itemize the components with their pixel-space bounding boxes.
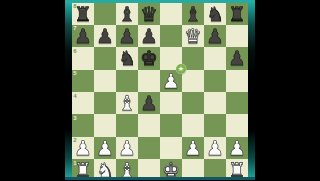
rank-label: 6 bbox=[73, 48, 76, 54]
square-e7[interactable] bbox=[160, 25, 182, 47]
white-pawn-piece[interactable]: ♟ bbox=[116, 136, 138, 158]
square-c5[interactable] bbox=[116, 70, 138, 92]
black-knight-piece[interactable]: ♞ bbox=[204, 2, 226, 24]
star-icon: ★ bbox=[178, 65, 184, 72]
left-letterbox bbox=[0, 0, 65, 180]
rank-label: 5 bbox=[73, 70, 76, 76]
white-pawn-piece[interactable]: ♟ bbox=[94, 136, 116, 158]
black-bishop-piece[interactable]: ♝ bbox=[182, 2, 204, 24]
square-c8[interactable]: ♝ bbox=[116, 3, 138, 25]
black-queen-piece[interactable]: ♛ bbox=[138, 2, 160, 24]
square-a8[interactable]: 8♜ bbox=[72, 3, 94, 25]
square-b2[interactable]: ♟ bbox=[94, 137, 116, 159]
square-b3[interactable] bbox=[94, 114, 116, 136]
square-e5[interactable]: ♟★ bbox=[160, 70, 182, 92]
square-h2[interactable]: ♟ bbox=[226, 137, 248, 159]
square-b4[interactable] bbox=[94, 92, 116, 114]
video-frame: 8♜♝♛♝♞♜7♟♟♟♟♛♟6♞♚♟5♟★4♝♟32♟♟♟♟♟♟1♜♞♝♚♜ bbox=[65, 0, 255, 180]
square-d5[interactable] bbox=[138, 70, 160, 92]
square-d2[interactable] bbox=[138, 137, 160, 159]
square-a7[interactable]: 7♟ bbox=[72, 25, 94, 47]
square-e2[interactable] bbox=[160, 137, 182, 159]
square-h8[interactable]: ♜ bbox=[226, 3, 248, 25]
top-teal-strip bbox=[65, 0, 255, 3]
black-pawn-piece[interactable]: ♟ bbox=[116, 24, 138, 46]
square-d7[interactable]: ♟ bbox=[138, 25, 160, 47]
square-g3[interactable] bbox=[204, 114, 226, 136]
square-h6[interactable]: ♟ bbox=[226, 47, 248, 69]
square-b8[interactable] bbox=[94, 3, 116, 25]
square-f8[interactable]: ♝ bbox=[182, 3, 204, 25]
black-pawn-piece[interactable]: ♟ bbox=[138, 92, 160, 114]
square-h7[interactable] bbox=[226, 25, 248, 47]
black-pawn-piece[interactable]: ♟ bbox=[138, 24, 160, 46]
bottom-teal-strip bbox=[65, 177, 255, 180]
white-pawn-piece[interactable]: ♟ bbox=[204, 136, 226, 158]
square-a4[interactable]: 4 bbox=[72, 92, 94, 114]
square-f2[interactable]: ♟ bbox=[182, 137, 204, 159]
square-c7[interactable]: ♟ bbox=[116, 25, 138, 47]
rank-label: 1 bbox=[73, 160, 76, 166]
black-pawn-piece[interactable]: ♟ bbox=[94, 24, 116, 46]
square-h5[interactable] bbox=[226, 70, 248, 92]
square-d4[interactable]: ♟ bbox=[138, 92, 160, 114]
square-d8[interactable]: ♛ bbox=[138, 3, 160, 25]
square-a6[interactable]: 6 bbox=[72, 47, 94, 69]
black-bishop-piece[interactable]: ♝ bbox=[116, 2, 138, 24]
square-f7[interactable]: ♛ bbox=[182, 25, 204, 47]
square-b6[interactable] bbox=[94, 47, 116, 69]
square-g8[interactable]: ♞ bbox=[204, 3, 226, 25]
black-pawn-piece[interactable]: ♟ bbox=[204, 24, 226, 46]
square-g6[interactable] bbox=[204, 47, 226, 69]
black-king-piece[interactable]: ♚ bbox=[138, 47, 160, 69]
square-h3[interactable] bbox=[226, 114, 248, 136]
square-c2[interactable]: ♟ bbox=[116, 137, 138, 159]
rank-label: 7 bbox=[73, 25, 76, 31]
square-a3[interactable]: 3 bbox=[72, 114, 94, 136]
rank-label: 8 bbox=[73, 3, 76, 9]
square-g4[interactable] bbox=[204, 92, 226, 114]
white-pawn-piece[interactable]: ♟ bbox=[226, 136, 248, 158]
best-move-star-badge: ★ bbox=[176, 64, 186, 74]
rank-label: 2 bbox=[73, 137, 76, 143]
square-g2[interactable]: ♟ bbox=[204, 137, 226, 159]
square-f4[interactable] bbox=[182, 92, 204, 114]
square-d3[interactable] bbox=[138, 114, 160, 136]
black-knight-piece[interactable]: ♞ bbox=[116, 47, 138, 69]
black-rook-piece[interactable]: ♜ bbox=[226, 2, 248, 24]
square-e4[interactable] bbox=[160, 92, 182, 114]
square-c6[interactable]: ♞ bbox=[116, 47, 138, 69]
rank-label: 4 bbox=[73, 93, 76, 99]
white-pawn-piece[interactable]: ♟ bbox=[182, 136, 204, 158]
square-b5[interactable] bbox=[94, 70, 116, 92]
black-pawn-piece[interactable]: ♟ bbox=[226, 47, 248, 69]
chess-board[interactable]: 8♜♝♛♝♞♜7♟♟♟♟♛♟6♞♚♟5♟★4♝♟32♟♟♟♟♟♟1♜♞♝♚♜ bbox=[72, 3, 248, 181]
square-c4[interactable]: ♝ bbox=[116, 92, 138, 114]
white-bishop-piece[interactable]: ♝ bbox=[116, 92, 138, 114]
square-g5[interactable] bbox=[204, 70, 226, 92]
square-e8[interactable] bbox=[160, 3, 182, 25]
square-a5[interactable]: 5 bbox=[72, 70, 94, 92]
square-g7[interactable]: ♟ bbox=[204, 25, 226, 47]
square-e3[interactable] bbox=[160, 114, 182, 136]
square-c3[interactable] bbox=[116, 114, 138, 136]
square-f3[interactable] bbox=[182, 114, 204, 136]
square-f5[interactable] bbox=[182, 70, 204, 92]
right-letterbox bbox=[255, 0, 320, 180]
square-h4[interactable] bbox=[226, 92, 248, 114]
square-b7[interactable]: ♟ bbox=[94, 25, 116, 47]
square-a2[interactable]: 2♟ bbox=[72, 137, 94, 159]
square-d6[interactable]: ♚ bbox=[138, 47, 160, 69]
rank-label: 3 bbox=[73, 115, 76, 121]
white-queen-piece[interactable]: ♛ bbox=[182, 24, 204, 46]
